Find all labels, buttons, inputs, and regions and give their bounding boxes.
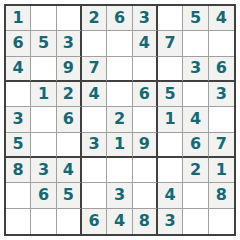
- cell-r9c7[interactable]: 3: [158, 209, 183, 234]
- cell-r5c5[interactable]: 2: [107, 107, 132, 132]
- cell-r6c9[interactable]: 7: [209, 133, 234, 158]
- cell-r9c3[interactable]: [57, 209, 82, 234]
- cell-r5c9[interactable]: [209, 107, 234, 132]
- cell-r1c1[interactable]: 1: [6, 6, 31, 31]
- cell-r1c6[interactable]: 3: [133, 6, 158, 31]
- cell-r9c4[interactable]: 6: [82, 209, 107, 234]
- cell-r2c8[interactable]: [183, 31, 208, 56]
- cell-r5c7[interactable]: 1: [158, 107, 183, 132]
- cell-r9c1[interactable]: [6, 209, 31, 234]
- cell-r4c1[interactable]: [6, 82, 31, 107]
- cell-r2c3[interactable]: 3: [57, 31, 82, 56]
- cell-r4c6[interactable]: 6: [133, 82, 158, 107]
- cell-r6c7[interactable]: [158, 133, 183, 158]
- cell-r9c8[interactable]: [183, 209, 208, 234]
- cell-r3c5[interactable]: [107, 57, 132, 82]
- cell-r3c3[interactable]: 9: [57, 57, 82, 82]
- cell-r7c6[interactable]: [133, 158, 158, 183]
- cell-r4c7[interactable]: 5: [158, 82, 183, 107]
- cell-r6c2[interactable]: [31, 133, 56, 158]
- cell-r1c7[interactable]: [158, 6, 183, 31]
- cell-r5c1[interactable]: 3: [6, 107, 31, 132]
- cell-r7c1[interactable]: 8: [6, 158, 31, 183]
- cell-r4c9[interactable]: 3: [209, 82, 234, 107]
- cell-r3c2[interactable]: [31, 57, 56, 82]
- cell-r3c9[interactable]: 6: [209, 57, 234, 82]
- cell-r5c3[interactable]: 6: [57, 107, 82, 132]
- cell-r9c2[interactable]: [31, 209, 56, 234]
- cell-r6c6[interactable]: 9: [133, 133, 158, 158]
- cell-r2c9[interactable]: [209, 31, 234, 56]
- cell-r8c3[interactable]: 5: [57, 183, 82, 208]
- cell-r2c4[interactable]: [82, 31, 107, 56]
- cell-r6c1[interactable]: 5: [6, 133, 31, 158]
- cell-r4c3[interactable]: 2: [57, 82, 82, 107]
- cell-r3c7[interactable]: [158, 57, 183, 82]
- cell-r7c2[interactable]: 3: [31, 158, 56, 183]
- cell-r2c7[interactable]: 7: [158, 31, 183, 56]
- cell-r7c9[interactable]: 1: [209, 158, 234, 183]
- cell-r8c4[interactable]: [82, 183, 107, 208]
- sudoku-board: 1263546534749736124653362145319678342165…: [4, 4, 236, 236]
- cell-r8c9[interactable]: 8: [209, 183, 234, 208]
- cell-r3c4[interactable]: 7: [82, 57, 107, 82]
- cell-r6c5[interactable]: 1: [107, 133, 132, 158]
- cell-r9c5[interactable]: 4: [107, 209, 132, 234]
- cell-r9c6[interactable]: 8: [133, 209, 158, 234]
- cell-r7c7[interactable]: [158, 158, 183, 183]
- cell-r6c3[interactable]: [57, 133, 82, 158]
- cell-r6c4[interactable]: 3: [82, 133, 107, 158]
- cell-r1c9[interactable]: 4: [209, 6, 234, 31]
- cell-r5c4[interactable]: [82, 107, 107, 132]
- cell-r4c4[interactable]: 4: [82, 82, 107, 107]
- cell-r3c1[interactable]: 4: [6, 57, 31, 82]
- cell-r4c8[interactable]: [183, 82, 208, 107]
- cell-r5c2[interactable]: [31, 107, 56, 132]
- cell-r2c1[interactable]: 6: [6, 31, 31, 56]
- cell-r1c3[interactable]: [57, 6, 82, 31]
- cell-r6c8[interactable]: 6: [183, 133, 208, 158]
- cell-r1c2[interactable]: [31, 6, 56, 31]
- cell-r8c1[interactable]: [6, 183, 31, 208]
- cell-r3c8[interactable]: 3: [183, 57, 208, 82]
- cell-r7c4[interactable]: [82, 158, 107, 183]
- sudoku-grid: 1263546534749736124653362145319678342165…: [6, 6, 234, 234]
- cell-r4c5[interactable]: [107, 82, 132, 107]
- cell-r8c2[interactable]: 6: [31, 183, 56, 208]
- cell-r8c8[interactable]: [183, 183, 208, 208]
- cell-r5c8[interactable]: 4: [183, 107, 208, 132]
- cell-r4c2[interactable]: 1: [31, 82, 56, 107]
- cell-r7c8[interactable]: 2: [183, 158, 208, 183]
- cell-r7c3[interactable]: 4: [57, 158, 82, 183]
- cell-r2c2[interactable]: 5: [31, 31, 56, 56]
- cell-r9c9[interactable]: [209, 209, 234, 234]
- cell-r1c5[interactable]: 6: [107, 6, 132, 31]
- cell-r1c8[interactable]: 5: [183, 6, 208, 31]
- cell-r2c5[interactable]: [107, 31, 132, 56]
- cell-r8c6[interactable]: [133, 183, 158, 208]
- cell-r3c6[interactable]: [133, 57, 158, 82]
- cell-r7c5[interactable]: [107, 158, 132, 183]
- cell-r1c4[interactable]: 2: [82, 6, 107, 31]
- cell-r2c6[interactable]: 4: [133, 31, 158, 56]
- cell-r8c7[interactable]: 4: [158, 183, 183, 208]
- cell-r5c6[interactable]: [133, 107, 158, 132]
- cell-r8c5[interactable]: 3: [107, 183, 132, 208]
